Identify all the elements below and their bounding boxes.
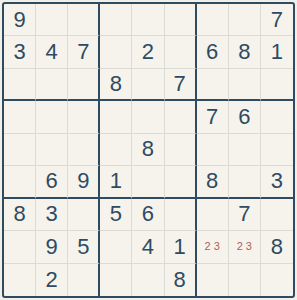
sudoku-board: 97347268187768691838356795412323828	[2, 2, 295, 298]
given-digit: 3	[13, 41, 25, 63]
cell-r3c3[interactable]	[68, 69, 100, 101]
cell-r9c7[interactable]	[197, 264, 229, 296]
cell-r9c5[interactable]	[132, 264, 164, 296]
cell-r9c1[interactable]	[4, 264, 36, 296]
cell-r1c2[interactable]	[36, 4, 68, 36]
cell-r1c6[interactable]	[165, 4, 197, 36]
cell-r2c9[interactable]: 1	[261, 36, 293, 68]
given-digit: 6	[142, 203, 154, 225]
cell-r1c3[interactable]	[68, 4, 100, 36]
cell-r4c3[interactable]	[68, 101, 100, 133]
cell-r7c5[interactable]: 6	[132, 199, 164, 231]
cell-r7c2[interactable]: 3	[36, 199, 68, 231]
given-digit: 8	[206, 170, 218, 192]
cell-r4c7[interactable]: 7	[197, 101, 229, 133]
given-digit: 6	[206, 41, 218, 63]
cell-r1c4[interactable]	[100, 4, 132, 36]
cell-r8c2[interactable]: 9	[36, 231, 68, 263]
candidate-marks: 23	[237, 241, 255, 252]
cell-r7c8[interactable]: 7	[229, 199, 261, 231]
given-digit: 5	[110, 203, 122, 225]
cell-r3c1[interactable]	[4, 69, 36, 101]
cell-r6c7[interactable]: 8	[197, 166, 229, 198]
cell-r7c9[interactable]	[261, 199, 293, 231]
cell-r4c2[interactable]	[36, 101, 68, 133]
cell-r5c3[interactable]	[68, 134, 100, 166]
given-digit: 1	[271, 41, 283, 63]
given-digit: 3	[271, 170, 283, 192]
given-digit: 4	[142, 236, 154, 258]
cell-r2c2[interactable]: 4	[36, 36, 68, 68]
cell-r6c9[interactable]: 3	[261, 166, 293, 198]
cell-r3c7[interactable]	[197, 69, 229, 101]
given-digit: 8	[271, 236, 283, 258]
given-digit: 7	[77, 41, 89, 63]
given-digit: 7	[271, 9, 283, 31]
cell-r2c1[interactable]: 3	[4, 36, 36, 68]
given-digit: 1	[173, 236, 185, 258]
cell-r8c8[interactable]: 23	[229, 231, 261, 263]
cell-r2c8[interactable]: 8	[229, 36, 261, 68]
cell-r7c6[interactable]	[165, 199, 197, 231]
cell-r8c7[interactable]: 23	[197, 231, 229, 263]
cell-r8c9[interactable]: 8	[261, 231, 293, 263]
cell-r4c6[interactable]	[165, 101, 197, 133]
cell-r3c2[interactable]	[36, 69, 68, 101]
given-digit: 9	[77, 170, 89, 192]
cell-r9c2[interactable]: 2	[36, 264, 68, 296]
given-digit: 7	[173, 73, 185, 95]
cell-r6c5[interactable]	[132, 166, 164, 198]
given-digit: 2	[142, 41, 154, 63]
cell-r8c3[interactable]: 5	[68, 231, 100, 263]
cell-r9c3[interactable]	[68, 264, 100, 296]
cell-r1c7[interactable]	[197, 4, 229, 36]
given-digit: 9	[46, 236, 58, 258]
cell-r6c1[interactable]	[4, 166, 36, 198]
cell-r3c4[interactable]: 8	[100, 69, 132, 101]
given-digit: 7	[238, 203, 250, 225]
given-digit: 8	[110, 73, 122, 95]
cell-r6c8[interactable]	[229, 166, 261, 198]
cell-r5c2[interactable]	[36, 134, 68, 166]
cell-r4c9[interactable]	[261, 101, 293, 133]
cell-r8c4[interactable]	[100, 231, 132, 263]
cell-r5c8[interactable]	[229, 134, 261, 166]
given-digit: 9	[13, 9, 25, 31]
cell-r6c4[interactable]: 1	[100, 166, 132, 198]
cell-r7c4[interactable]: 5	[100, 199, 132, 231]
given-digit: 7	[206, 106, 218, 128]
cell-r3c9[interactable]	[261, 69, 293, 101]
given-digit: 6	[238, 106, 250, 128]
cell-r1c9[interactable]: 7	[261, 4, 293, 36]
given-digit: 4	[46, 41, 58, 63]
cell-r1c5[interactable]	[132, 4, 164, 36]
cell-r5c9[interactable]	[261, 134, 293, 166]
cell-r5c1[interactable]	[4, 134, 36, 166]
given-digit: 1	[110, 170, 122, 192]
cell-r7c3[interactable]	[68, 199, 100, 231]
cell-r8c5[interactable]: 4	[132, 231, 164, 263]
cell-r4c5[interactable]	[132, 101, 164, 133]
cell-r4c4[interactable]	[100, 101, 132, 133]
cell-r1c1[interactable]: 9	[4, 4, 36, 36]
cell-r4c1[interactable]	[4, 101, 36, 133]
cell-r3c8[interactable]	[229, 69, 261, 101]
cell-r2c5[interactable]: 2	[132, 36, 164, 68]
cell-r1c8[interactable]	[229, 4, 261, 36]
cell-r2c3[interactable]: 7	[68, 36, 100, 68]
cell-r9c9[interactable]	[261, 264, 293, 296]
cell-r7c7[interactable]	[197, 199, 229, 231]
cell-r8c1[interactable]	[4, 231, 36, 263]
cell-r6c6[interactable]	[165, 166, 197, 198]
cell-r2c7[interactable]: 6	[197, 36, 229, 68]
candidate-marks: 23	[205, 241, 223, 252]
given-digit: 8	[173, 269, 185, 291]
cell-r2c4[interactable]	[100, 36, 132, 68]
cell-r5c4[interactable]	[100, 134, 132, 166]
cell-r3c5[interactable]	[132, 69, 164, 101]
cell-r6c3[interactable]: 9	[68, 166, 100, 198]
cell-r6c2[interactable]: 6	[36, 166, 68, 198]
given-digit: 6	[46, 170, 58, 192]
cell-r9c4[interactable]	[100, 264, 132, 296]
given-digit: 5	[77, 236, 89, 258]
cell-r7c1[interactable]: 8	[4, 199, 36, 231]
cell-r3c6[interactable]: 7	[165, 69, 197, 101]
cell-r9c8[interactable]	[229, 264, 261, 296]
given-digit: 2	[46, 269, 58, 291]
cell-r4c8[interactable]: 6	[229, 101, 261, 133]
cell-r8c6[interactable]: 1	[165, 231, 197, 263]
cell-r5c6[interactable]	[165, 134, 197, 166]
cell-r5c7[interactable]	[197, 134, 229, 166]
given-digit: 3	[46, 203, 58, 225]
given-digit: 8	[238, 41, 250, 63]
cell-r9c6[interactable]: 8	[165, 264, 197, 296]
given-digit: 8	[13, 203, 25, 225]
given-digit: 8	[142, 138, 154, 160]
cell-r5c5[interactable]: 8	[132, 134, 164, 166]
cell-r2c6[interactable]	[165, 36, 197, 68]
